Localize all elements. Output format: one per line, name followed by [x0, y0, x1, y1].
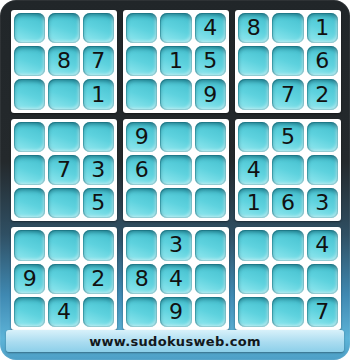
cell-r5c8[interactable]: [272, 155, 303, 185]
cell-r5c2: 7: [48, 155, 79, 185]
cell-r1c1[interactable]: [14, 13, 45, 43]
cell-r8c3: 2: [83, 264, 114, 294]
box-7: 924: [11, 227, 117, 330]
cell-r6c9: 3: [307, 188, 338, 218]
cell-r1c8[interactable]: [272, 13, 303, 43]
cell-r3c9: 2: [307, 79, 338, 109]
cell-r2c7[interactable]: [238, 46, 269, 76]
cell-r3c7[interactable]: [238, 79, 269, 109]
cell-r1c5[interactable]: [160, 13, 191, 43]
cell-r3c4[interactable]: [126, 79, 157, 109]
cell-r4c8: 5: [272, 122, 303, 152]
cell-r3c2[interactable]: [48, 79, 79, 109]
cell-r6c6[interactable]: [195, 188, 226, 218]
cell-r4c3[interactable]: [83, 122, 114, 152]
cell-r9c7[interactable]: [238, 297, 269, 327]
cell-r1c9: 1: [307, 13, 338, 43]
box-5: 96: [123, 119, 229, 222]
cell-r1c6: 4: [195, 13, 226, 43]
cell-r7c6[interactable]: [195, 230, 226, 260]
box-8: 3849: [123, 227, 229, 330]
cell-r7c9: 4: [307, 230, 338, 260]
cell-r9c2: 4: [48, 297, 79, 327]
cell-r1c2[interactable]: [48, 13, 79, 43]
cell-r9c8[interactable]: [272, 297, 303, 327]
cell-r2c1[interactable]: [14, 46, 45, 76]
cell-r2c3: 7: [83, 46, 114, 76]
cell-r3c8: 7: [272, 79, 303, 109]
cell-r1c4[interactable]: [126, 13, 157, 43]
cell-r7c2[interactable]: [48, 230, 79, 260]
cell-r8c1: 9: [14, 264, 45, 294]
cell-r8c4: 8: [126, 264, 157, 294]
cell-r8c6[interactable]: [195, 264, 226, 294]
site-url[interactable]: www.sudokusweb.com: [89, 334, 261, 349]
cell-r5c7: 4: [238, 155, 269, 185]
cell-r9c4[interactable]: [126, 297, 157, 327]
box-1: 871: [11, 10, 117, 113]
box-9: 47: [235, 227, 341, 330]
cell-r8c5: 4: [160, 264, 191, 294]
cell-r9c1[interactable]: [14, 297, 45, 327]
cell-r7c4[interactable]: [126, 230, 157, 260]
cell-r9c6[interactable]: [195, 297, 226, 327]
cell-r5c6[interactable]: [195, 155, 226, 185]
cell-r6c3: 5: [83, 188, 114, 218]
cell-r4c4: 9: [126, 122, 157, 152]
cell-r6c7: 1: [238, 188, 269, 218]
box-3: 81672: [235, 10, 341, 113]
cell-r4c2[interactable]: [48, 122, 79, 152]
board-frame: 8714159816727359654163924384947 www.sudo…: [0, 0, 350, 360]
cell-r6c2[interactable]: [48, 188, 79, 218]
cell-r3c1[interactable]: [14, 79, 45, 109]
cell-r9c9: 7: [307, 297, 338, 327]
cell-r2c8[interactable]: [272, 46, 303, 76]
cell-r8c8[interactable]: [272, 264, 303, 294]
cell-r7c1[interactable]: [14, 230, 45, 260]
cell-r5c9[interactable]: [307, 155, 338, 185]
cell-r7c7[interactable]: [238, 230, 269, 260]
cell-r2c2: 8: [48, 46, 79, 76]
cell-r7c3[interactable]: [83, 230, 114, 260]
cell-r9c3[interactable]: [83, 297, 114, 327]
cell-r5c3: 3: [83, 155, 114, 185]
cell-r4c1[interactable]: [14, 122, 45, 152]
cell-r2c4[interactable]: [126, 46, 157, 76]
sudoku-board: 8714159816727359654163924384947: [11, 10, 341, 330]
footer-bar: www.sudokusweb.com: [6, 330, 344, 352]
sudoku-app: 8714159816727359654163924384947 www.sudo…: [0, 0, 350, 360]
cell-r6c1[interactable]: [14, 188, 45, 218]
cell-r6c8: 6: [272, 188, 303, 218]
box-6: 54163: [235, 119, 341, 222]
cell-r7c8[interactable]: [272, 230, 303, 260]
cell-r8c7[interactable]: [238, 264, 269, 294]
cell-r1c3[interactable]: [83, 13, 114, 43]
cell-r6c4[interactable]: [126, 188, 157, 218]
cell-r8c2[interactable]: [48, 264, 79, 294]
cell-r4c5[interactable]: [160, 122, 191, 152]
cell-r3c5[interactable]: [160, 79, 191, 109]
cell-r7c5: 3: [160, 230, 191, 260]
cell-r5c4: 6: [126, 155, 157, 185]
cell-r8c9[interactable]: [307, 264, 338, 294]
cell-r5c1[interactable]: [14, 155, 45, 185]
cell-r2c9: 6: [307, 46, 338, 76]
cell-r4c7[interactable]: [238, 122, 269, 152]
cell-r9c5: 9: [160, 297, 191, 327]
box-2: 4159: [123, 10, 229, 113]
cell-r3c3: 1: [83, 79, 114, 109]
box-4: 735: [11, 119, 117, 222]
cell-r2c6: 5: [195, 46, 226, 76]
cell-r4c6[interactable]: [195, 122, 226, 152]
cell-r6c5[interactable]: [160, 188, 191, 218]
cell-r5c5[interactable]: [160, 155, 191, 185]
cell-r2c5: 1: [160, 46, 191, 76]
cell-r3c6: 9: [195, 79, 226, 109]
cell-r4c9[interactable]: [307, 122, 338, 152]
cell-r1c7: 8: [238, 13, 269, 43]
